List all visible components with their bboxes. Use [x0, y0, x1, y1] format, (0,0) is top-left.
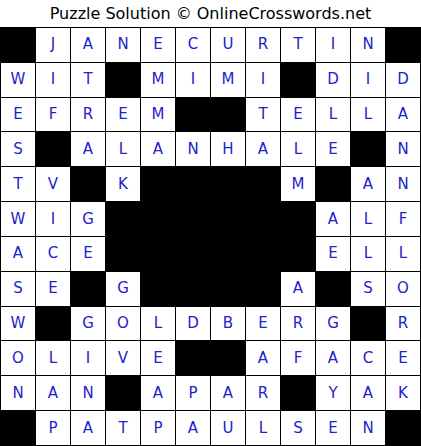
black-cell	[351, 307, 386, 342]
letter-cell: L	[351, 98, 386, 133]
black-cell	[106, 63, 141, 98]
letter-cell: O	[1, 341, 36, 376]
letter-cell: A	[246, 132, 281, 167]
black-cell	[211, 237, 246, 272]
letter-cell: P	[176, 376, 211, 411]
letter-cell: A	[281, 272, 316, 307]
page-title: Puzzle Solution © OnlineCrosswords.net	[0, 0, 421, 27]
letter-cell: I	[36, 63, 71, 98]
black-cell	[211, 202, 246, 237]
letter-cell: L	[386, 237, 421, 272]
letter-cell: L	[246, 411, 281, 446]
letter-cell: T	[71, 63, 106, 98]
letter-cell: M	[141, 63, 176, 98]
letter-cell: S	[351, 272, 386, 307]
letter-cell: E	[386, 341, 421, 376]
letter-cell: I	[36, 202, 71, 237]
letter-cell: L	[106, 132, 141, 167]
black-cell	[246, 272, 281, 307]
black-cell	[316, 272, 351, 307]
black-cell	[106, 376, 141, 411]
black-cell	[281, 376, 316, 411]
letter-cell: V	[36, 167, 71, 202]
letter-cell: I	[176, 63, 211, 98]
letter-cell: P	[141, 411, 176, 446]
letter-cell: E	[106, 98, 141, 133]
black-cell	[281, 237, 316, 272]
letter-cell: M	[281, 167, 316, 202]
black-cell	[246, 202, 281, 237]
letter-cell: I	[71, 341, 106, 376]
letter-cell: F	[281, 341, 316, 376]
letter-cell: F	[386, 202, 421, 237]
letter-cell: A	[176, 411, 211, 446]
letter-cell: A	[141, 132, 176, 167]
letter-cell: V	[106, 341, 141, 376]
black-cell	[176, 98, 211, 133]
letter-cell: E	[316, 132, 351, 167]
letter-cell: D	[316, 63, 351, 98]
letter-cell: I	[316, 28, 351, 63]
letter-cell: A	[36, 376, 71, 411]
letter-cell: N	[351, 28, 386, 63]
letter-cell: O	[386, 272, 421, 307]
black-cell	[386, 411, 421, 446]
letter-cell: A	[316, 341, 351, 376]
letter-cell: C	[351, 341, 386, 376]
letter-cell: D	[386, 63, 421, 98]
letter-cell: N	[386, 132, 421, 167]
letter-cell: R	[386, 307, 421, 342]
black-cell	[141, 272, 176, 307]
letter-cell: E	[316, 237, 351, 272]
letter-cell: E	[1, 98, 36, 133]
letter-cell: K	[106, 167, 141, 202]
black-cell	[246, 167, 281, 202]
black-cell	[211, 341, 246, 376]
letter-cell: A	[71, 411, 106, 446]
letter-cell: B	[211, 307, 246, 342]
black-cell	[176, 272, 211, 307]
letter-cell: U	[211, 411, 246, 446]
letter-cell: W	[1, 63, 36, 98]
letter-cell: A	[1, 237, 36, 272]
letter-cell: S	[1, 132, 36, 167]
letter-cell: N	[351, 411, 386, 446]
letter-cell: A	[246, 341, 281, 376]
black-cell	[176, 167, 211, 202]
letter-cell: A	[316, 202, 351, 237]
black-cell	[211, 167, 246, 202]
letter-cell: H	[211, 132, 246, 167]
black-cell	[36, 307, 71, 342]
black-cell	[211, 98, 246, 133]
letter-cell: F	[36, 98, 71, 133]
letter-cell: G	[71, 307, 106, 342]
letter-cell: A	[351, 376, 386, 411]
letter-cell: U	[211, 28, 246, 63]
black-cell	[281, 202, 316, 237]
letter-cell: A	[351, 167, 386, 202]
letter-cell: P	[36, 411, 71, 446]
letter-cell: E	[246, 307, 281, 342]
letter-cell: A	[71, 132, 106, 167]
letter-cell: R	[71, 98, 106, 133]
black-cell	[1, 411, 36, 446]
letter-cell: L	[351, 202, 386, 237]
black-cell	[1, 28, 36, 63]
letter-cell: M	[211, 63, 246, 98]
letter-cell: C	[176, 28, 211, 63]
letter-cell: A	[71, 28, 106, 63]
letter-cell: E	[71, 237, 106, 272]
black-cell	[211, 272, 246, 307]
letter-cell: D	[176, 307, 211, 342]
letter-cell: E	[141, 341, 176, 376]
letter-cell: M	[141, 98, 176, 133]
letter-cell: S	[1, 272, 36, 307]
letter-cell: N	[176, 132, 211, 167]
letter-cell: L	[316, 98, 351, 133]
letter-cell: L	[281, 132, 316, 167]
black-cell	[246, 237, 281, 272]
letter-cell: T	[281, 28, 316, 63]
letter-cell: I	[351, 63, 386, 98]
black-cell	[351, 132, 386, 167]
letter-cell: N	[106, 28, 141, 63]
letter-cell: A	[141, 376, 176, 411]
letter-cell: J	[36, 28, 71, 63]
letter-cell: Y	[316, 376, 351, 411]
puzzle-solution-page: Puzzle Solution © OnlineCrosswords.net J…	[0, 0, 421, 446]
letter-cell: T	[106, 411, 141, 446]
crossword-board: JANECURTINWITMIMIDIDEFREMTELLASALANHALEN…	[0, 27, 421, 446]
letter-cell: L	[36, 341, 71, 376]
letter-cell: W	[1, 202, 36, 237]
letter-cell: R	[246, 376, 281, 411]
black-cell	[176, 237, 211, 272]
letter-cell: R	[281, 307, 316, 342]
letter-cell: I	[246, 63, 281, 98]
letter-cell: W	[1, 307, 36, 342]
letter-cell: S	[281, 411, 316, 446]
black-cell	[386, 28, 421, 63]
black-cell	[281, 63, 316, 98]
letter-cell: T	[246, 98, 281, 133]
letter-cell: E	[141, 28, 176, 63]
black-cell	[316, 167, 351, 202]
letter-cell: N	[386, 167, 421, 202]
letter-cell: K	[386, 376, 421, 411]
letter-cell: R	[246, 28, 281, 63]
black-cell	[36, 132, 71, 167]
black-cell	[176, 202, 211, 237]
letter-cell: N	[71, 376, 106, 411]
black-cell	[71, 167, 106, 202]
black-cell	[176, 341, 211, 376]
letter-cell: L	[141, 307, 176, 342]
letter-cell: C	[36, 237, 71, 272]
letter-cell: G	[71, 202, 106, 237]
black-cell	[141, 202, 176, 237]
letter-cell: O	[106, 307, 141, 342]
letter-cell: E	[36, 272, 71, 307]
black-cell	[106, 202, 141, 237]
letter-cell: G	[316, 307, 351, 342]
letter-cell: E	[281, 98, 316, 133]
letter-cell: A	[386, 98, 421, 133]
letter-cell: A	[211, 376, 246, 411]
letter-cell: L	[351, 237, 386, 272]
letter-cell: N	[1, 376, 36, 411]
letter-cell: T	[1, 167, 36, 202]
letter-cell: E	[316, 411, 351, 446]
black-cell	[106, 237, 141, 272]
black-cell	[141, 237, 176, 272]
black-cell	[71, 272, 106, 307]
letter-cell: G	[106, 272, 141, 307]
black-cell	[141, 167, 176, 202]
